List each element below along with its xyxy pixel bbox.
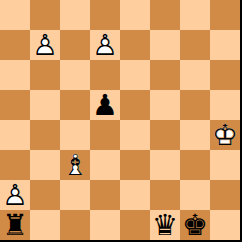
- black-rook-glyph: ♜: [0, 210, 30, 240]
- square-h5[interactable]: [210, 90, 240, 120]
- square-h6[interactable]: [210, 60, 240, 90]
- black-king-glyph: ♚: [180, 210, 210, 240]
- square-f1[interactable]: ♛: [150, 210, 180, 240]
- square-h3[interactable]: [210, 150, 240, 180]
- square-f4[interactable]: [150, 120, 180, 150]
- square-f3[interactable]: [150, 150, 180, 180]
- square-e5[interactable]: [120, 90, 150, 120]
- square-c7[interactable]: [60, 30, 90, 60]
- square-g5[interactable]: [180, 90, 210, 120]
- white-bishop-glyph-outline: ♗: [60, 150, 90, 180]
- square-g8[interactable]: [180, 0, 210, 30]
- square-b2[interactable]: [30, 180, 60, 210]
- piece-white-king[interactable]: ♚♔: [210, 120, 240, 150]
- piece-black-pawn[interactable]: ♟: [90, 90, 120, 120]
- square-b3[interactable]: [30, 150, 60, 180]
- square-c1[interactable]: [60, 210, 90, 240]
- square-c3[interactable]: ♝♗: [60, 150, 90, 180]
- square-d1[interactable]: [90, 210, 120, 240]
- square-a4[interactable]: [0, 120, 30, 150]
- square-d6[interactable]: [90, 60, 120, 90]
- square-g3[interactable]: [180, 150, 210, 180]
- piece-black-queen[interactable]: ♛: [150, 210, 180, 240]
- square-e3[interactable]: [120, 150, 150, 180]
- square-c5[interactable]: [60, 90, 90, 120]
- square-a8[interactable]: [0, 0, 30, 30]
- square-d3[interactable]: [90, 150, 120, 180]
- square-e2[interactable]: [120, 180, 150, 210]
- square-b4[interactable]: [30, 120, 60, 150]
- white-pawn-glyph-outline: ♙: [0, 180, 30, 210]
- square-a6[interactable]: [0, 60, 30, 90]
- square-f6[interactable]: [150, 60, 180, 90]
- chess-board-frame: ♟♙♟♙♟♚♔♝♗♟♙♜♛♚: [0, 0, 242, 242]
- square-e8[interactable]: [120, 0, 150, 30]
- white-pawn-glyph-outline: ♙: [90, 30, 120, 60]
- square-h8[interactable]: [210, 0, 240, 30]
- square-d4[interactable]: [90, 120, 120, 150]
- square-a1[interactable]: ♜: [0, 210, 30, 240]
- square-c2[interactable]: [60, 180, 90, 210]
- square-g7[interactable]: [180, 30, 210, 60]
- square-h4[interactable]: ♚♔: [210, 120, 240, 150]
- square-a5[interactable]: [0, 90, 30, 120]
- piece-white-bishop[interactable]: ♝♗: [60, 150, 90, 180]
- square-h1[interactable]: [210, 210, 240, 240]
- square-c8[interactable]: [60, 0, 90, 30]
- black-queen-glyph: ♛: [150, 210, 180, 240]
- square-g4[interactable]: [180, 120, 210, 150]
- black-pawn-glyph: ♟: [90, 90, 120, 120]
- square-g6[interactable]: [180, 60, 210, 90]
- square-d8[interactable]: [90, 0, 120, 30]
- square-b1[interactable]: [30, 210, 60, 240]
- square-b5[interactable]: [30, 90, 60, 120]
- square-b7[interactable]: ♟♙: [30, 30, 60, 60]
- square-e1[interactable]: [120, 210, 150, 240]
- square-e6[interactable]: [120, 60, 150, 90]
- square-e4[interactable]: [120, 120, 150, 150]
- square-g2[interactable]: [180, 180, 210, 210]
- white-pawn-glyph-outline: ♙: [30, 30, 60, 60]
- square-f5[interactable]: [150, 90, 180, 120]
- square-d2[interactable]: [90, 180, 120, 210]
- white-king-glyph-outline: ♔: [210, 120, 240, 150]
- piece-black-rook[interactable]: ♜: [0, 210, 30, 240]
- piece-white-pawn[interactable]: ♟♙: [30, 30, 60, 60]
- piece-black-king[interactable]: ♚: [180, 210, 210, 240]
- square-f7[interactable]: [150, 30, 180, 60]
- square-c4[interactable]: [60, 120, 90, 150]
- square-d7[interactable]: ♟♙: [90, 30, 120, 60]
- square-b6[interactable]: [30, 60, 60, 90]
- square-d5[interactable]: ♟: [90, 90, 120, 120]
- square-a7[interactable]: [0, 30, 30, 60]
- square-e7[interactable]: [120, 30, 150, 60]
- square-a2[interactable]: ♟♙: [0, 180, 30, 210]
- square-f2[interactable]: [150, 180, 180, 210]
- square-h7[interactable]: [210, 30, 240, 60]
- square-b8[interactable]: [30, 0, 60, 30]
- square-f8[interactable]: [150, 0, 180, 30]
- square-c6[interactable]: [60, 60, 90, 90]
- square-h2[interactable]: [210, 180, 240, 210]
- piece-white-pawn[interactable]: ♟♙: [0, 180, 30, 210]
- square-a3[interactable]: [0, 150, 30, 180]
- piece-white-pawn[interactable]: ♟♙: [90, 30, 120, 60]
- square-g1[interactable]: ♚: [180, 210, 210, 240]
- chess-board: ♟♙♟♙♟♚♔♝♗♟♙♜♛♚: [0, 0, 240, 240]
